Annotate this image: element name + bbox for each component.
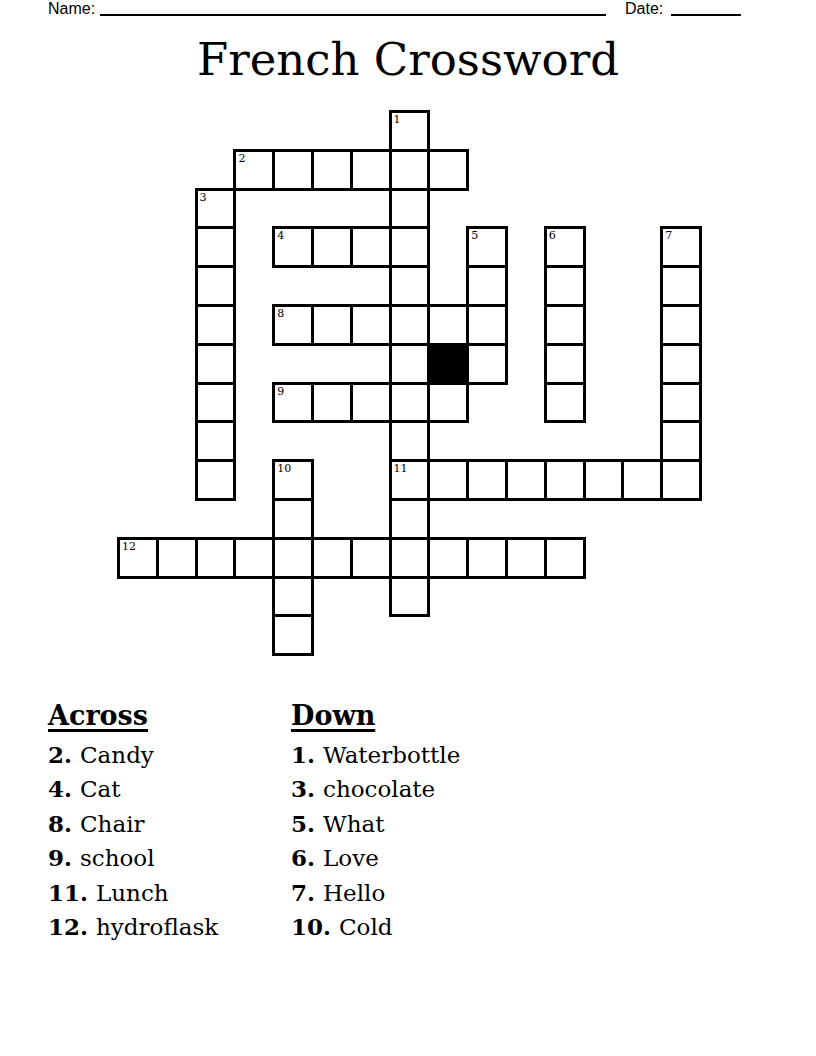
grid-cell[interactable] xyxy=(427,537,469,579)
clues-down-section: Down 1.Waterbottle 3.chocolate 5.What 6.… xyxy=(291,700,460,944)
grid-cell[interactable] xyxy=(195,537,237,579)
grid-cell[interactable] xyxy=(350,304,392,346)
grid-cell[interactable] xyxy=(195,382,237,424)
grid-cell[interactable] xyxy=(311,149,353,191)
grid-cell[interactable] xyxy=(389,537,431,579)
grid-cell[interactable] xyxy=(350,537,392,579)
grid-cell[interactable] xyxy=(350,226,392,268)
clue-across-2: 2.Candy xyxy=(48,738,218,772)
cell-number-7: 7 xyxy=(665,230,672,241)
grid-cell[interactable] xyxy=(389,343,431,385)
cell-number-3: 3 xyxy=(200,192,207,203)
worksheet-page: { "game": "crossword", "title": "French … xyxy=(0,0,816,1056)
grid-cell[interactable] xyxy=(272,614,314,656)
clue-down-5: 5.What xyxy=(291,807,460,841)
grid-cell[interactable] xyxy=(660,343,702,385)
grid-cell[interactable] xyxy=(505,459,547,501)
clue-down-6: 6.Love xyxy=(291,841,460,875)
cell-number-9: 9 xyxy=(277,386,284,397)
grid-cell[interactable] xyxy=(505,537,547,579)
grid-cell[interactable] xyxy=(156,537,198,579)
grid-cell[interactable] xyxy=(427,382,469,424)
grid-cell[interactable] xyxy=(466,343,508,385)
date-blank-line[interactable] xyxy=(671,0,741,16)
cell-number-11: 11 xyxy=(394,463,408,474)
grid-cell[interactable] xyxy=(660,304,702,346)
clue-across-9: 9.school xyxy=(48,841,218,875)
grid-cell[interactable] xyxy=(272,498,314,540)
grid-cell[interactable] xyxy=(311,304,353,346)
grid-cell[interactable] xyxy=(544,382,586,424)
grid-cell[interactable] xyxy=(466,265,508,307)
grid-cell[interactable] xyxy=(272,537,314,579)
clue-down-7: 7.Hello xyxy=(291,876,460,910)
grid-cell[interactable] xyxy=(389,188,431,230)
grid-cell[interactable] xyxy=(195,304,237,346)
grid-cell[interactable] xyxy=(350,149,392,191)
grid-cell[interactable] xyxy=(544,537,586,579)
grid-cell[interactable] xyxy=(195,265,237,307)
page-title: French Crossword xyxy=(0,32,816,88)
clue-across-4: 4.Cat xyxy=(48,772,218,806)
crossword-board: 123456789101112 xyxy=(117,110,703,657)
grid-cell[interactable] xyxy=(350,382,392,424)
cell-number-12: 12 xyxy=(122,541,136,552)
grid-cell[interactable] xyxy=(466,304,508,346)
grid-cell[interactable] xyxy=(389,265,431,307)
clue-across-11: 11.Lunch xyxy=(48,876,218,910)
cell-number-6: 6 xyxy=(549,230,556,241)
grid-cell[interactable] xyxy=(427,304,469,346)
grid-cell[interactable] xyxy=(544,304,586,346)
grid-cell[interactable] xyxy=(466,459,508,501)
cell-number-5: 5 xyxy=(471,230,478,241)
grid-cell[interactable] xyxy=(660,265,702,307)
grid-cell[interactable] xyxy=(195,459,237,501)
clues-across-section: Across 2.Candy 4.Cat 8.Chair 9.school 11… xyxy=(48,700,218,944)
grid-cell[interactable] xyxy=(233,537,275,579)
down-heading: Down xyxy=(291,700,460,732)
grid-cell[interactable] xyxy=(544,343,586,385)
clue-down-10: 10.Cold xyxy=(291,910,460,944)
grid-cell[interactable] xyxy=(544,459,586,501)
grid-cell[interactable] xyxy=(544,265,586,307)
date-label: Date: xyxy=(625,0,663,18)
grid-cell[interactable] xyxy=(583,459,625,501)
grid-cell[interactable] xyxy=(660,382,702,424)
cell-number-2: 2 xyxy=(238,153,245,164)
grid-cell[interactable] xyxy=(272,576,314,618)
grid-cell[interactable] xyxy=(660,459,702,501)
grid-cell[interactable] xyxy=(466,537,508,579)
grid-cell[interactable] xyxy=(311,537,353,579)
grid-cell[interactable] xyxy=(195,226,237,268)
grid-cell[interactable] xyxy=(621,459,663,501)
grid-cell[interactable] xyxy=(389,226,431,268)
cell-number-8: 8 xyxy=(277,308,284,319)
clue-down-1: 1.Waterbottle xyxy=(291,738,460,772)
cell-number-10: 10 xyxy=(277,463,291,474)
grid-cell[interactable] xyxy=(311,382,353,424)
grid-cell[interactable] xyxy=(389,149,431,191)
cell-number-1: 1 xyxy=(394,114,401,125)
clue-across-12: 12.hydroflask xyxy=(48,910,218,944)
grid-cell[interactable] xyxy=(389,304,431,346)
grid-cell[interactable] xyxy=(389,382,431,424)
grid-cell[interactable] xyxy=(389,420,431,462)
name-label: Name: xyxy=(48,0,95,18)
grid-cell[interactable] xyxy=(660,420,702,462)
grid-cell[interactable] xyxy=(195,420,237,462)
grid-cell[interactable] xyxy=(311,226,353,268)
clue-across-8: 8.Chair xyxy=(48,807,218,841)
header-bar: Name: Date: xyxy=(0,0,816,24)
grid-cell[interactable] xyxy=(389,576,431,618)
clue-down-3: 3.chocolate xyxy=(291,772,460,806)
grid-cell[interactable] xyxy=(427,459,469,501)
grid-cell[interactable] xyxy=(272,149,314,191)
grid-cell[interactable] xyxy=(427,149,469,191)
name-blank-line[interactable] xyxy=(100,0,606,16)
grid-cell[interactable] xyxy=(195,343,237,385)
black-cell xyxy=(427,343,469,385)
grid-cell[interactable] xyxy=(389,498,431,540)
cell-number-4: 4 xyxy=(277,230,284,241)
across-heading: Across xyxy=(48,700,218,732)
